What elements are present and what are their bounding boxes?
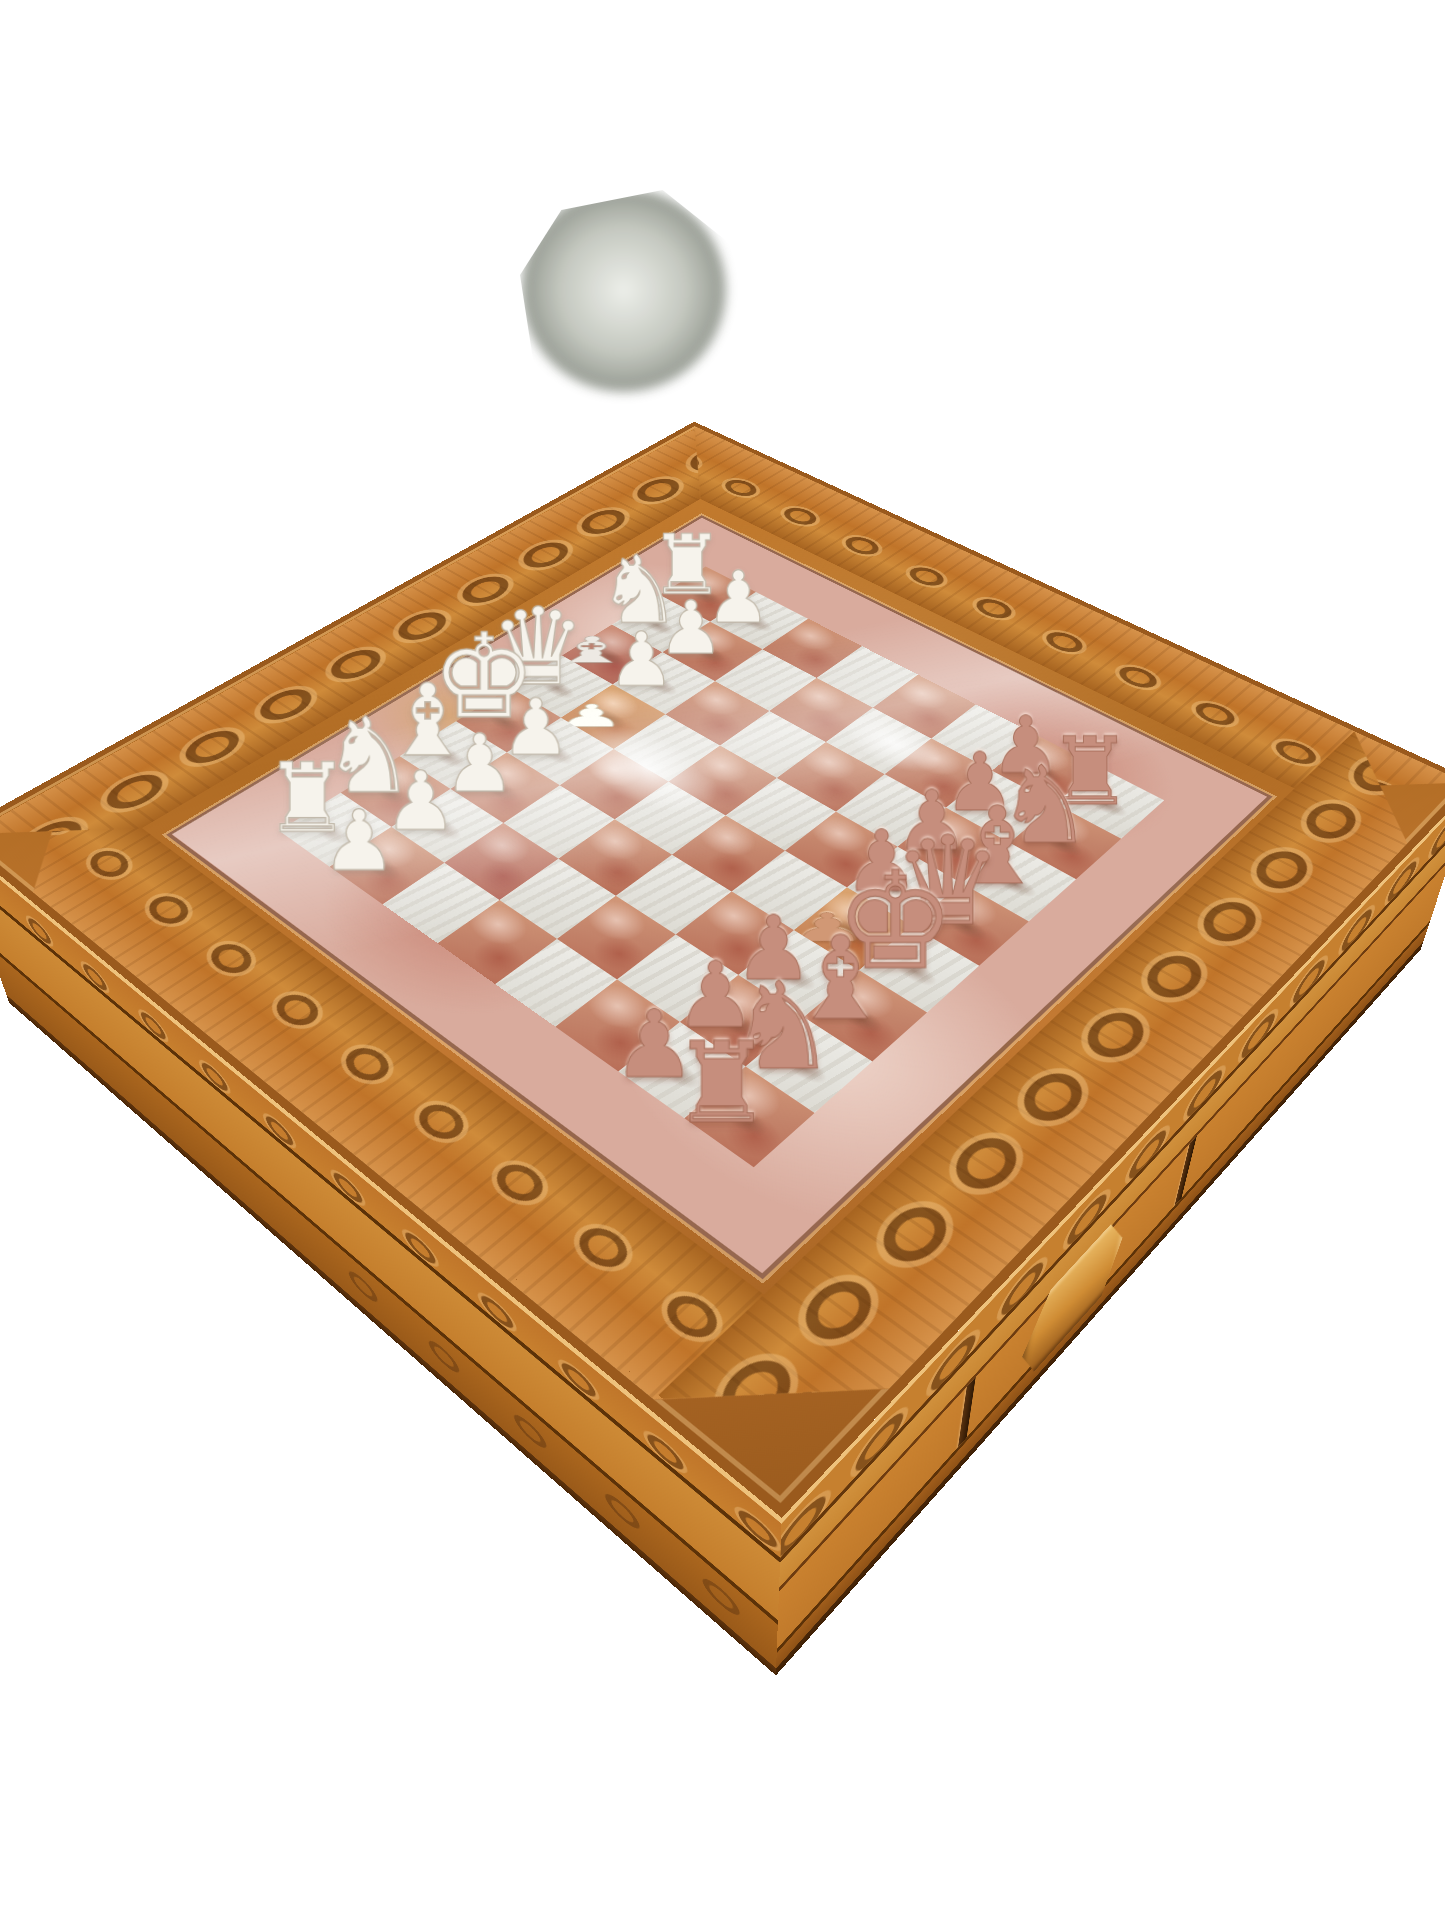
piece-white-pawn: ♟ [322,800,397,884]
box-top-face: ♜♟♟♜♞♟♟♞♝♟♟♝♛♟♟♛♚♟♟♚♝♟♟♝♞♟♟♞♜♟♟♜ [0,422,1445,1518]
square-e5 [672,815,785,891]
square-c4 [720,711,826,778]
piece-pink-rook: ♜ [671,1027,772,1139]
drawer-gap [1175,1136,1197,1206]
drawer-gap [958,1377,976,1447]
chess-box: ♜♟♟♜♞♟♟♞♝♟♟♝♛♟♟♛♚♟♟♚♝♟♟♝♞♟♟♞♜♟♟♜ [0,422,1445,1518]
piece-white-pawn: ♟ [608,623,675,698]
photo-stage: ♜♟♟♜♞♟♟♞♝♟♟♝♛♟♟♛♚♟♟♚♝♟♟♝♞♟♟♞♜♟♟♜ [0,0,1445,1927]
background-silver-object [520,190,750,440]
